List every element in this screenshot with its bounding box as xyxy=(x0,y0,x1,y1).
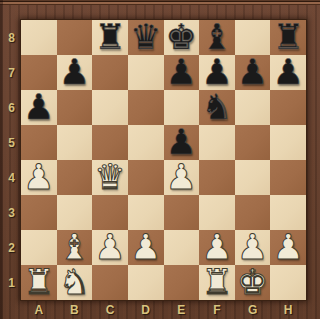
square-g1[interactable]: ♚ xyxy=(235,265,271,300)
square-e3[interactable] xyxy=(164,195,200,230)
square-c3[interactable] xyxy=(92,195,128,230)
square-h8[interactable]: ♜ xyxy=(270,20,306,55)
square-g2[interactable]: ♟ xyxy=(235,230,271,265)
file-label-h: H xyxy=(270,300,306,319)
white-pawn-a4[interactable]: ♟ xyxy=(23,160,54,195)
file-label-a: A xyxy=(21,300,57,319)
black-pawn-e7[interactable]: ♟ xyxy=(166,55,197,90)
square-c1[interactable] xyxy=(92,265,128,300)
square-g8[interactable] xyxy=(235,20,271,55)
file-label-f: F xyxy=(199,300,235,319)
square-d8[interactable]: ♛ xyxy=(128,20,164,55)
square-b6[interactable] xyxy=(57,90,93,125)
square-a3[interactable] xyxy=(21,195,57,230)
square-e4[interactable]: ♟ xyxy=(164,160,200,195)
square-c5[interactable] xyxy=(92,125,128,160)
square-e7[interactable]: ♟ xyxy=(164,55,200,90)
rank-labels: 87654321 xyxy=(0,20,21,300)
file-label-b: B xyxy=(57,300,93,319)
square-e2[interactable] xyxy=(164,230,200,265)
square-b1[interactable]: ♞ xyxy=(57,265,93,300)
square-f1[interactable]: ♜ xyxy=(199,265,235,300)
square-f7[interactable]: ♟ xyxy=(199,55,235,90)
square-d1[interactable] xyxy=(128,265,164,300)
square-f5[interactable] xyxy=(199,125,235,160)
square-f6[interactable]: ♞ xyxy=(199,90,235,125)
square-h2[interactable]: ♟ xyxy=(270,230,306,265)
rank-label-6: 6 xyxy=(0,90,21,125)
black-pawn-a6[interactable]: ♟ xyxy=(23,90,54,125)
black-king-e8[interactable]: ♚ xyxy=(166,20,197,55)
rank-label-2: 2 xyxy=(0,230,21,265)
white-bishop-b2[interactable]: ♝ xyxy=(59,230,90,265)
black-queen-d8[interactable]: ♛ xyxy=(130,20,161,55)
square-a5[interactable] xyxy=(21,125,57,160)
black-pawn-f7[interactable]: ♟ xyxy=(201,55,232,90)
black-pawn-h7[interactable]: ♟ xyxy=(272,55,303,90)
rank-label-7: 7 xyxy=(0,55,21,90)
square-h4[interactable] xyxy=(270,160,306,195)
square-f8[interactable]: ♝ xyxy=(199,20,235,55)
white-pawn-d2[interactable]: ♟ xyxy=(130,230,161,265)
white-pawn-e4[interactable]: ♟ xyxy=(166,160,197,195)
square-d2[interactable]: ♟ xyxy=(128,230,164,265)
square-f4[interactable] xyxy=(199,160,235,195)
square-b3[interactable] xyxy=(57,195,93,230)
black-pawn-e5[interactable]: ♟ xyxy=(166,125,197,160)
square-c7[interactable] xyxy=(92,55,128,90)
rank-label-8: 8 xyxy=(0,20,21,55)
white-rook-f1[interactable]: ♜ xyxy=(201,265,232,300)
square-e1[interactable] xyxy=(164,265,200,300)
black-bishop-f8[interactable]: ♝ xyxy=(201,20,232,55)
square-c4[interactable]: ♛ xyxy=(92,160,128,195)
rank-label-1: 1 xyxy=(0,265,21,300)
square-g3[interactable] xyxy=(235,195,271,230)
white-pawn-f2[interactable]: ♟ xyxy=(201,230,232,265)
square-a6[interactable]: ♟ xyxy=(21,90,57,125)
square-d6[interactable] xyxy=(128,90,164,125)
black-rook-h8[interactable]: ♜ xyxy=(272,20,303,55)
square-d4[interactable] xyxy=(128,160,164,195)
file-label-e: E xyxy=(164,300,200,319)
white-knight-b1[interactable]: ♞ xyxy=(59,265,90,300)
chess-board[interactable]: ♜♛♚♝♜♟♟♟♟♟♟♞♟♟♛♟♝♟♟♟♟♟♜♞♜♚ xyxy=(21,20,306,300)
square-c6[interactable] xyxy=(92,90,128,125)
file-label-c: C xyxy=(92,300,128,319)
white-rook-a1[interactable]: ♜ xyxy=(23,265,54,300)
square-b2[interactable]: ♝ xyxy=(57,230,93,265)
square-e5[interactable]: ♟ xyxy=(164,125,200,160)
square-h3[interactable] xyxy=(270,195,306,230)
white-pawn-c2[interactable]: ♟ xyxy=(94,230,125,265)
rank-label-5: 5 xyxy=(0,125,21,160)
black-pawn-b7[interactable]: ♟ xyxy=(59,55,90,90)
square-g4[interactable] xyxy=(235,160,271,195)
white-king-g1[interactable]: ♚ xyxy=(237,265,268,300)
file-label-g: G xyxy=(235,300,271,319)
chessboard-screenshot: 87654321 ♜♛♚♝♜♟♟♟♟♟♟♞♟♟♛♟♝♟♟♟♟♟♜♞♜♚ ABCD… xyxy=(0,0,320,319)
square-f3[interactable] xyxy=(199,195,235,230)
square-g6[interactable] xyxy=(235,90,271,125)
square-b7[interactable]: ♟ xyxy=(57,55,93,90)
square-a7[interactable] xyxy=(21,55,57,90)
black-knight-f6[interactable]: ♞ xyxy=(201,90,232,125)
square-d3[interactable] xyxy=(128,195,164,230)
square-g5[interactable] xyxy=(235,125,271,160)
square-a1[interactable]: ♜ xyxy=(21,265,57,300)
white-pawn-h2[interactable]: ♟ xyxy=(272,230,303,265)
square-h6[interactable] xyxy=(270,90,306,125)
square-c2[interactable]: ♟ xyxy=(92,230,128,265)
square-a4[interactable]: ♟ xyxy=(21,160,57,195)
square-e6[interactable] xyxy=(164,90,200,125)
square-g7[interactable]: ♟ xyxy=(235,55,271,90)
square-e8[interactable]: ♚ xyxy=(164,20,200,55)
square-h1[interactable] xyxy=(270,265,306,300)
black-pawn-g7[interactable]: ♟ xyxy=(237,55,268,90)
square-d5[interactable] xyxy=(128,125,164,160)
white-pawn-g2[interactable]: ♟ xyxy=(237,230,268,265)
square-b4[interactable] xyxy=(57,160,93,195)
square-a8[interactable] xyxy=(21,20,57,55)
rank-label-3: 3 xyxy=(0,195,21,230)
rank-label-4: 4 xyxy=(0,160,21,195)
white-queen-c4[interactable]: ♛ xyxy=(94,160,125,195)
file-labels: ABCDEFGH xyxy=(21,300,306,319)
square-d7[interactable] xyxy=(128,55,164,90)
file-label-d: D xyxy=(128,300,164,319)
square-b5[interactable] xyxy=(57,125,93,160)
square-h5[interactable] xyxy=(270,125,306,160)
square-b8[interactable] xyxy=(57,20,93,55)
square-a2[interactable] xyxy=(21,230,57,265)
square-f2[interactable]: ♟ xyxy=(199,230,235,265)
black-rook-c8[interactable]: ♜ xyxy=(94,20,125,55)
square-h7[interactable]: ♟ xyxy=(270,55,306,90)
square-c8[interactable]: ♜ xyxy=(92,20,128,55)
